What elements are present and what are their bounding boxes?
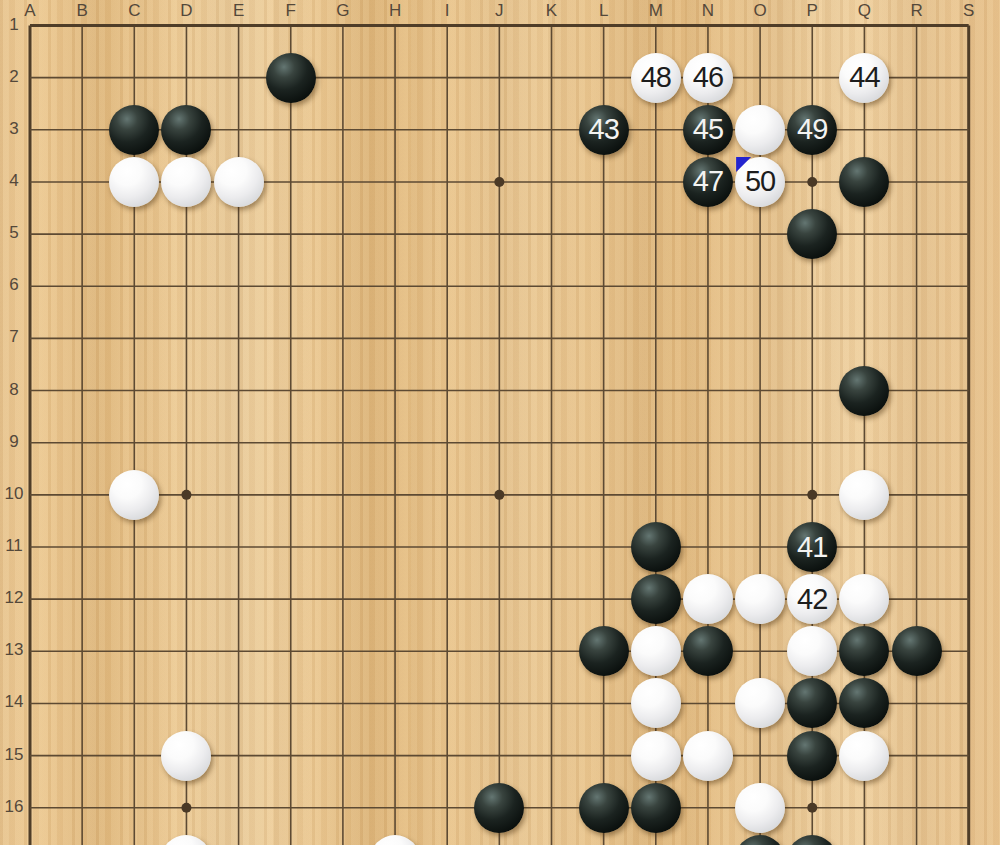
- stone-black-N13: [683, 626, 733, 676]
- stone-white-O14: [735, 678, 785, 728]
- move-number: 46: [693, 63, 723, 92]
- star-point: [494, 177, 504, 187]
- col-label-F: F: [286, 2, 296, 19]
- stone-black-N3: 45: [683, 105, 733, 155]
- move-number: 42: [797, 585, 827, 614]
- stone-white-N15: [683, 731, 733, 781]
- col-label-J: J: [495, 2, 504, 19]
- stone-black-F2: [266, 53, 316, 103]
- row-label-16: 16: [5, 797, 24, 814]
- stone-black-L13: [579, 626, 629, 676]
- row-label-12: 12: [5, 589, 24, 606]
- row-label-1: 1: [9, 15, 18, 32]
- row-label-2: 2: [9, 67, 18, 84]
- row-label-14: 14: [5, 693, 24, 710]
- stone-white-Q15: [839, 731, 889, 781]
- stone-black-C3: [109, 105, 159, 155]
- col-label-O: O: [753, 2, 766, 19]
- stone-black-Q13: [839, 626, 889, 676]
- move-number: 45: [693, 115, 723, 144]
- col-label-G: G: [336, 2, 349, 19]
- stone-black-P15: [787, 731, 837, 781]
- stone-black-P14: [787, 678, 837, 728]
- stone-white-M14: [631, 678, 681, 728]
- star-point: [807, 177, 817, 187]
- row-label-7: 7: [9, 328, 18, 345]
- stone-black-J16: [474, 783, 524, 833]
- col-label-I: I: [445, 2, 450, 19]
- col-label-M: M: [649, 2, 663, 19]
- move-number: 47: [693, 167, 723, 196]
- stone-black-P11: 41: [787, 522, 837, 572]
- stone-white-M13: [631, 626, 681, 676]
- col-label-D: D: [180, 2, 192, 19]
- stone-white-H17: [370, 835, 420, 845]
- go-app-screen: ABCDEFGHIJKLMNOPQRS 12345678910111213141…: [0, 0, 1000, 845]
- col-label-E: E: [233, 2, 244, 19]
- row-label-4: 4: [9, 171, 18, 188]
- row-label-11: 11: [5, 537, 23, 554]
- col-label-C: C: [128, 2, 140, 19]
- row-label-6: 6: [9, 276, 18, 293]
- col-label-P: P: [807, 2, 818, 19]
- stone-black-Q14: [839, 678, 889, 728]
- stone-black-L16: [579, 783, 629, 833]
- stone-black-P17: [787, 835, 837, 845]
- star-point: [181, 803, 191, 813]
- col-label-B: B: [76, 2, 87, 19]
- stone-black-N4: 47: [683, 157, 733, 207]
- stone-white-O12: [735, 574, 785, 624]
- stone-white-P12: 42: [787, 574, 837, 624]
- col-label-R: R: [910, 2, 922, 19]
- stone-white-C4: [109, 157, 159, 207]
- stone-black-M11: [631, 522, 681, 572]
- col-label-K: K: [546, 2, 557, 19]
- row-label-3: 3: [9, 119, 18, 136]
- stone-black-Q4: [839, 157, 889, 207]
- stone-white-O4: 50: [735, 157, 785, 207]
- col-label-H: H: [389, 2, 401, 19]
- stone-white-O3: [735, 105, 785, 155]
- stone-black-M12: [631, 574, 681, 624]
- stone-black-P3: 49: [787, 105, 837, 155]
- move-number: 43: [589, 115, 619, 144]
- col-label-N: N: [702, 2, 714, 19]
- stone-white-O16: [735, 783, 785, 833]
- stone-black-L3: 43: [579, 105, 629, 155]
- move-number: 50: [745, 167, 775, 196]
- col-label-S: S: [963, 2, 974, 19]
- stone-black-Q8: [839, 366, 889, 416]
- stone-black-O17: [735, 835, 785, 845]
- row-label-13: 13: [5, 641, 24, 658]
- move-number: 49: [797, 115, 827, 144]
- col-label-L: L: [599, 2, 608, 19]
- stone-white-M15: [631, 731, 681, 781]
- stone-white-M2: 48: [631, 53, 681, 103]
- row-label-5: 5: [9, 224, 18, 241]
- stone-black-M16: [631, 783, 681, 833]
- row-label-9: 9: [9, 432, 18, 449]
- stone-white-D17: [161, 835, 211, 845]
- star-point: [181, 490, 191, 500]
- stone-white-C10: [109, 470, 159, 520]
- stone-white-E4: [214, 157, 264, 207]
- stone-white-Q12: [839, 574, 889, 624]
- stone-white-Q2: 44: [839, 53, 889, 103]
- stone-black-P5: [787, 209, 837, 259]
- stone-white-Q10: [839, 470, 889, 520]
- move-number: 44: [849, 63, 879, 92]
- row-label-8: 8: [9, 380, 18, 397]
- star-point: [807, 490, 817, 500]
- move-number: 41: [797, 533, 827, 562]
- col-label-A: A: [24, 2, 35, 19]
- row-label-15: 15: [5, 745, 24, 762]
- stone-white-D15: [161, 731, 211, 781]
- star-point: [807, 803, 817, 813]
- stone-white-N2: 46: [683, 53, 733, 103]
- stone-black-D3: [161, 105, 211, 155]
- stone-white-P13: [787, 626, 837, 676]
- row-label-10: 10: [5, 484, 24, 501]
- star-point: [494, 490, 504, 500]
- col-label-Q: Q: [858, 2, 871, 19]
- move-number: 48: [641, 63, 671, 92]
- stone-black-R13: [892, 626, 942, 676]
- stone-white-N12: [683, 574, 733, 624]
- stone-white-D4: [161, 157, 211, 207]
